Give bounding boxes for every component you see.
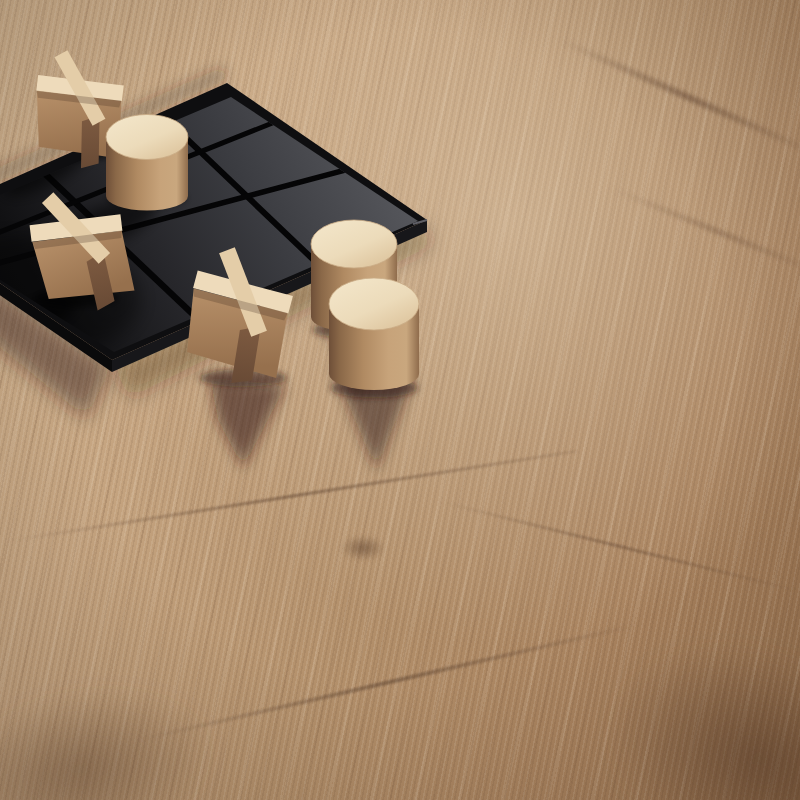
piece-o-3[interactable]	[329, 278, 419, 390]
photo-scene	[0, 0, 800, 800]
tictactoe-scene-svg	[0, 0, 800, 800]
o1-top	[106, 115, 188, 160]
o3-top	[329, 278, 419, 330]
o2-top	[311, 220, 397, 268]
shadow-x3	[210, 378, 286, 468]
piece-o-1[interactable]	[106, 115, 188, 211]
